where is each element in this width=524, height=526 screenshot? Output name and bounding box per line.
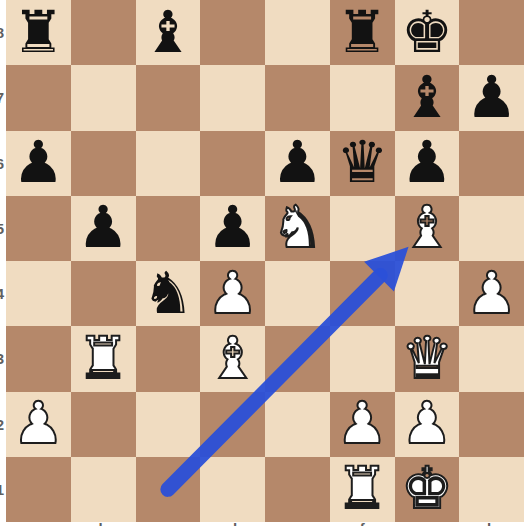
square-f5[interactable] (330, 196, 395, 261)
white-pawn-h4[interactable]: ♟ (466, 264, 518, 322)
white-pawn-g2[interactable]: ♟ (401, 394, 453, 452)
square-d1[interactable] (200, 457, 265, 522)
square-h4[interactable]: ♟ (459, 261, 524, 326)
square-e4[interactable] (265, 261, 330, 326)
white-pawn-f2[interactable]: ♟ (336, 394, 388, 452)
white-king-g1[interactable]: ♚ (401, 459, 453, 517)
white-bishop-d3[interactable]: ♝ (207, 329, 259, 387)
black-pawn-g6[interactable]: ♟ (401, 133, 453, 191)
rank-label-7: 7 (0, 65, 4, 130)
square-b6[interactable] (71, 131, 136, 196)
black-bishop-g7[interactable]: ♝ (401, 68, 453, 126)
square-d2[interactable] (200, 392, 265, 457)
square-b2[interactable] (71, 392, 136, 457)
white-pawn-a2[interactable]: ♟ (12, 394, 64, 452)
square-c4[interactable]: ♞ (136, 261, 201, 326)
square-b5[interactable]: ♟ (71, 196, 136, 261)
square-e3[interactable] (265, 326, 330, 391)
square-a7[interactable] (6, 65, 71, 130)
square-d8[interactable] (200, 0, 265, 65)
square-c6[interactable] (136, 131, 201, 196)
square-a2[interactable]: ♟ (6, 392, 71, 457)
square-c1[interactable] (136, 457, 201, 522)
square-a8[interactable]: ♜ (6, 0, 71, 65)
square-g4[interactable] (395, 261, 460, 326)
square-e5[interactable]: ♞ (265, 196, 330, 261)
square-f1[interactable]: ♜ (330, 457, 395, 522)
square-d7[interactable] (200, 65, 265, 130)
square-c8[interactable]: ♝ (136, 0, 201, 65)
square-g8[interactable]: ♚ (395, 0, 460, 65)
square-g1[interactable]: ♚ (395, 457, 460, 522)
black-knight-c4[interactable]: ♞ (142, 264, 194, 322)
black-pawn-e6[interactable]: ♟ (271, 133, 323, 191)
square-h7[interactable]: ♟ (459, 65, 524, 130)
square-g5[interactable]: ♝ (395, 196, 460, 261)
square-g6[interactable]: ♟ (395, 131, 460, 196)
black-rook-a8[interactable]: ♜ (12, 3, 64, 61)
square-f7[interactable] (330, 65, 395, 130)
black-king-g8[interactable]: ♚ (401, 3, 453, 61)
square-h1[interactable] (459, 457, 524, 522)
black-pawn-a6[interactable]: ♟ (12, 133, 64, 191)
square-c7[interactable] (136, 65, 201, 130)
square-e8[interactable] (265, 0, 330, 65)
black-queen-f6[interactable]: ♛ (336, 133, 388, 191)
square-g7[interactable]: ♝ (395, 65, 460, 130)
square-b4[interactable] (71, 261, 136, 326)
square-d4[interactable]: ♟ (200, 261, 265, 326)
square-h5[interactable] (459, 196, 524, 261)
black-pawn-h7[interactable]: ♟ (466, 68, 518, 126)
square-a4[interactable] (6, 261, 71, 326)
square-b3[interactable]: ♜ (71, 326, 136, 391)
black-pawn-d5[interactable]: ♟ (207, 198, 259, 256)
white-pawn-d4[interactable]: ♟ (207, 264, 259, 322)
chess-board: ♜♝♜♚♝♟♟♟♛♟♟♟♞♝♞♟♟♜♝♛♟♟♟♜♚ (6, 0, 524, 522)
square-e2[interactable] (265, 392, 330, 457)
square-f3[interactable] (330, 326, 395, 391)
square-e1[interactable] (265, 457, 330, 522)
white-bishop-g5[interactable]: ♝ (401, 198, 453, 256)
black-pawn-b5[interactable]: ♟ (77, 198, 129, 256)
square-b7[interactable] (71, 65, 136, 130)
square-a1[interactable] (6, 457, 71, 522)
white-knight-e5[interactable]: ♞ (271, 198, 323, 256)
white-rook-b3[interactable]: ♜ (77, 329, 129, 387)
square-f2[interactable]: ♟ (330, 392, 395, 457)
square-h6[interactable] (459, 131, 524, 196)
square-c2[interactable] (136, 392, 201, 457)
square-a3[interactable] (6, 326, 71, 391)
black-rook-f8[interactable]: ♜ (336, 3, 388, 61)
square-b8[interactable] (71, 0, 136, 65)
rank-label-1: 1 (0, 457, 4, 522)
square-f4[interactable] (330, 261, 395, 326)
square-b1[interactable] (71, 457, 136, 522)
square-d3[interactable]: ♝ (200, 326, 265, 391)
rank-label-5: 5 (0, 196, 4, 261)
square-c3[interactable] (136, 326, 201, 391)
square-a5[interactable] (6, 196, 71, 261)
rank-label-3: 3 (0, 326, 4, 391)
white-queen-g3[interactable]: ♛ (401, 329, 453, 387)
square-g2[interactable]: ♟ (395, 392, 460, 457)
square-e7[interactable] (265, 65, 330, 130)
square-e6[interactable]: ♟ (265, 131, 330, 196)
square-c5[interactable] (136, 196, 201, 261)
rank-label-4: 4 (0, 261, 4, 326)
rank-label-6: 6 (0, 131, 4, 196)
rank-label-8: 8 (0, 0, 4, 65)
square-d6[interactable] (200, 131, 265, 196)
square-a6[interactable]: ♟ (6, 131, 71, 196)
square-d5[interactable]: ♟ (200, 196, 265, 261)
square-f6[interactable]: ♛ (330, 131, 395, 196)
chess-app-screenshot: ♜♝♜♚♝♟♟♟♛♟♟♟♞♝♞♟♟♜♝♛♟♟♟♜♚ 87654321abcdef… (0, 0, 524, 526)
square-h8[interactable] (459, 0, 524, 65)
square-f8[interactable]: ♜ (330, 0, 395, 65)
white-rook-f1[interactable]: ♜ (336, 459, 388, 517)
square-g3[interactable]: ♛ (395, 326, 460, 391)
black-bishop-c8[interactable]: ♝ (142, 3, 194, 61)
square-h2[interactable] (459, 392, 524, 457)
rank-label-2: 2 (0, 392, 4, 457)
square-h3[interactable] (459, 326, 524, 391)
